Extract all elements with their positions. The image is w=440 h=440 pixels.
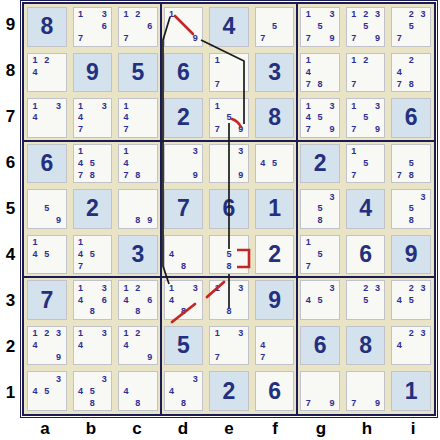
candidate-d1-8: 8 [178,397,190,409]
candidate-b1-7 [75,397,87,409]
candidate-h6-7: 7 [348,169,360,181]
cell-d3[interactable]: 1348 [161,277,207,323]
row-label-4: 4 [0,232,21,278]
cell-a8[interactable]: 124 [24,50,70,96]
candidate-c5-7 [120,215,132,227]
candidate-g9-8 [314,33,326,45]
candidate-h9-8 [360,33,372,45]
candidate-b7-1: 1 [75,100,87,112]
candidate-g5-4 [302,203,314,215]
cell-h8[interactable]: 127 [343,50,389,96]
candidate-g3-7 [302,306,314,318]
cell-h7[interactable]: 13579 [343,95,389,141]
sudoku-board: 8136712671945713579123579235712495617314… [22,2,436,416]
candidate-b9-3: 3 [98,9,110,21]
candidate-h7-3: 3 [372,100,384,112]
candidate-i9-4 [393,21,405,33]
candidate-c2-1: 1 [120,328,132,340]
cell-c6[interactable]: 1478 [115,141,161,187]
cell-f4[interactable]: 2 [252,232,298,278]
candidate-g1-5 [314,385,326,397]
candidate-e4-3 [235,237,247,249]
candidate-i9-2: 2 [405,9,417,21]
cell-g1[interactable]: 79 [297,368,343,414]
candidate-h8-3 [372,55,384,67]
candidate-c5-6 [144,203,156,215]
given-digit-e5: 6 [209,189,249,229]
row-label-3: 3 [0,278,21,324]
candidate-b4-6 [98,249,110,261]
candidate-g8-7: 7 [302,78,314,90]
candidate-h7-4 [348,112,360,124]
cell-a7[interactable]: 134 [24,95,70,141]
candidate-e7-2 [223,100,235,112]
given-digit-i4: 9 [391,235,431,275]
candidate-i6-8: 8 [405,169,417,181]
candidate-e6-3: 3 [235,146,247,158]
candidate-e4-9 [235,260,247,272]
column-label-g: g [298,418,344,439]
candidate-c7-3 [144,100,156,112]
cell-h6[interactable]: 157 [343,141,389,187]
candidate-i6-4 [393,158,405,170]
candidate-h6-2 [360,146,372,158]
candidate-e8-5 [223,66,235,78]
candidate-c9-7: 7 [120,33,132,45]
cell-a6[interactable]: 6 [24,141,70,187]
candidate-d1-7 [166,397,178,409]
cell-b2[interactable]: 134 [70,323,116,369]
candidate-d6-1 [166,146,178,158]
candidate-i9-5: 5 [405,21,417,33]
cell-b5[interactable]: 2 [70,186,116,232]
candidate-d4-7 [166,260,178,272]
candidate-e2-6 [235,340,247,352]
cell-h5[interactable]: 4 [343,186,389,232]
cell-e1[interactable]: 2 [206,368,252,414]
candidate-d4-3 [189,237,201,249]
cell-a9[interactable]: 8 [24,4,70,50]
candidate-g4-4 [302,249,314,261]
candidate-f6-1 [257,146,269,158]
candidate-b7-4: 4 [75,112,87,124]
candidate-d6-5 [178,158,190,170]
candidate-b4-3 [98,237,110,249]
candidate-b2-1: 1 [75,328,87,340]
candidate-d1-4: 4 [166,385,178,397]
cell-f2[interactable]: 47 [252,323,298,369]
candidate-c2-6 [144,340,156,352]
candidate-i8-2: 2 [405,55,417,67]
candidate-d4-2 [178,237,190,249]
cell-h3[interactable]: 235 [343,277,389,323]
cell-e9[interactable]: 4 [206,4,252,50]
cell-a2[interactable]: 12349 [24,323,70,369]
given-digit-e9: 4 [209,7,249,47]
given-digit-a6: 6 [27,144,67,184]
candidate-h8-8 [360,78,372,90]
cell-c2[interactable]: 1249 [115,323,161,369]
candidate-f2-2 [269,328,281,340]
candidate-a5-9: 9 [53,215,65,227]
candidate-b1-2 [86,373,98,385]
candidate-c6-3 [144,146,156,158]
candidate-i3-4: 4 [393,294,405,306]
cell-d2[interactable]: 5 [161,323,207,369]
candidate-g4-9 [326,260,338,272]
candidate-g3-5: 5 [314,294,326,306]
candidate-c1-6 [144,385,156,397]
candidate-a5-4 [29,203,41,215]
candidate-f2-8 [269,352,281,364]
candidate-i5-1 [393,191,405,203]
candidate-d3-3: 3 [189,282,201,294]
cell-e5[interactable]: 6 [206,186,252,232]
cell-d7[interactable]: 2 [161,95,207,141]
cell-b6[interactable]: 14578 [70,141,116,187]
candidate-c7-1: 1 [120,100,132,112]
cell-e3[interactable]: 138 [206,277,252,323]
candidate-i3-7 [393,306,405,318]
candidate-a5-1 [29,191,41,203]
candidate-h6-4 [348,158,360,170]
candidate-c2-8 [132,352,144,364]
cell-e8[interactable]: 17 [206,50,252,96]
cell-i4[interactable]: 9 [388,232,434,278]
candidate-i3-6 [417,294,429,306]
candidate-d3-2 [178,282,190,294]
cell-h4[interactable]: 6 [343,232,389,278]
candidate-f9-4 [257,21,269,33]
candidate-i2-6 [417,340,429,352]
cell-a4[interactable]: 145 [24,232,70,278]
candidate-c1-2 [132,373,144,385]
candidate-a4-9 [53,260,65,272]
candidate-b3-8: 8 [86,306,98,318]
cell-i1[interactable]: 1 [388,368,434,414]
candidate-i8-6 [417,66,429,78]
candidate-b4-9 [98,260,110,272]
cell-f9[interactable]: 57 [252,4,298,50]
solved-digit-f1: 6 [255,371,295,411]
candidate-c9-2: 2 [132,9,144,21]
cell-b4[interactable]: 1457 [70,232,116,278]
candidate-e6-9: 9 [235,169,247,181]
candidate-g7-1: 1 [302,100,314,112]
candidate-d9-1: 1 [166,9,178,21]
candidate-i6-9 [417,169,429,181]
candidate-i2-1 [393,328,405,340]
cell-d4[interactable]: 48 [161,232,207,278]
candidate-f2-6 [280,340,292,352]
candidate-e3-1: 1 [211,282,223,294]
candidate-c2-4: 4 [120,340,132,352]
candidate-a4-7 [29,260,41,272]
candidate-g1-2 [314,373,326,385]
candidate-f2-4: 4 [257,340,269,352]
candidate-h6-6 [372,158,384,170]
candidate-h1-8 [360,397,372,409]
candidate-g3-6 [326,294,338,306]
cell-e6[interactable]: 39 [206,141,252,187]
candidate-b2-8 [86,352,98,364]
candidate-i5-6 [417,203,429,215]
candidate-h6-5: 5 [360,158,372,170]
cell-c3[interactable]: 12468 [115,277,161,323]
cell-f1[interactable]: 6 [252,368,298,414]
candidate-i9-3: 3 [417,9,429,21]
cell-d5[interactable]: 7 [161,186,207,232]
cell-c9[interactable]: 1267 [115,4,161,50]
candidate-h3-1 [348,282,360,294]
candidate-i5-2 [405,191,417,203]
candidate-c3-8: 8 [132,306,144,318]
candidate-i3-8 [405,306,417,318]
cell-a3[interactable]: 7 [24,277,70,323]
candidate-a2-6 [53,340,65,352]
column-label-a: a [22,418,68,439]
candidate-h3-8 [360,306,372,318]
candidate-b1-5: 5 [86,385,98,397]
candidate-b2-3: 3 [98,328,110,340]
row-label-9: 9 [0,2,21,48]
candidate-f9-6 [280,21,292,33]
row-label-6: 6 [0,140,21,186]
cell-f3[interactable]: 9 [252,277,298,323]
cell-i5[interactable]: 358 [388,186,434,232]
candidate-a2-8 [41,352,53,364]
candidate-c2-3 [144,328,156,340]
candidate-f9-5: 5 [269,21,281,33]
candidate-c1-5 [132,385,144,397]
candidate-i9-6 [417,21,429,33]
candidate-a4-5: 5 [41,249,53,261]
cell-f8[interactable]: 3 [252,50,298,96]
candidate-g4-7: 7 [302,260,314,272]
candidate-a1-2 [41,373,53,385]
candidate-b2-2 [86,328,98,340]
candidate-a4-6 [53,249,65,261]
candidate-g1-3 [326,373,338,385]
candidate-a2-3: 3 [53,328,65,340]
candidate-h6-9 [372,169,384,181]
candidate-c2-9: 9 [144,352,156,364]
candidate-a5-2 [41,191,53,203]
candidate-g9-6 [326,21,338,33]
cell-i9[interactable]: 2357 [388,4,434,50]
given-digit-f5: 1 [255,189,295,229]
candidate-f6-8 [269,169,281,181]
candidate-i2-3: 3 [417,328,429,340]
cell-i2[interactable]: 234 [388,323,434,369]
cell-c5[interactable]: 89 [115,186,161,232]
cell-d1[interactable]: 348 [161,368,207,414]
candidate-a8-4: 4 [29,66,41,78]
candidate-e8-8 [223,78,235,90]
candidate-d3-1: 1 [166,282,178,294]
candidate-h3-4 [348,294,360,306]
cell-g7[interactable]: 134579 [297,95,343,141]
cell-h9[interactable]: 123579 [343,4,389,50]
cell-i3[interactable]: 2345 [388,277,434,323]
candidate-c9-9 [144,33,156,45]
candidate-g7-6 [326,112,338,124]
candidate-i6-6 [417,158,429,170]
row-labels: 987654321 [0,2,21,416]
cell-e7[interactable]: 1579 [206,95,252,141]
cell-b1[interactable]: 3458 [70,368,116,414]
candidate-f9-9 [280,33,292,45]
candidate-f2-3 [280,328,292,340]
candidate-e4-4 [211,249,223,261]
cell-g4[interactable]: 157 [297,232,343,278]
candidate-g9-1: 1 [302,9,314,21]
candidate-f2-7: 7 [257,352,269,364]
candidate-i2-9 [417,352,429,364]
candidate-e8-1: 1 [211,55,223,67]
given-digit-c4: 3 [118,235,158,275]
candidate-e8-9 [235,78,247,90]
candidate-g8-5 [314,66,326,78]
candidate-e7-6 [235,112,247,124]
cell-i8[interactable]: 2478 [388,50,434,96]
cell-f7[interactable]: 8 [252,95,298,141]
candidate-i8-4: 4 [393,66,405,78]
candidate-h6-8 [360,169,372,181]
cell-b9[interactable]: 1367 [70,4,116,50]
candidate-b3-6: 6 [98,294,110,306]
candidate-a7-4: 4 [29,112,41,124]
candidate-g3-8 [314,306,326,318]
candidate-a1-8 [41,397,53,409]
cell-c4[interactable]: 3 [115,232,161,278]
cell-b7[interactable]: 1347 [70,95,116,141]
candidate-h7-2 [360,100,372,112]
candidate-e2-3: 3 [235,328,247,340]
cell-g8[interactable]: 1478 [297,50,343,96]
candidate-b7-3: 3 [98,100,110,112]
column-label-e: e [206,418,252,439]
cell-h1[interactable]: 79 [343,368,389,414]
cell-c1[interactable]: 48 [115,368,161,414]
cell-a1[interactable]: 345 [24,368,70,414]
row-label-8: 8 [0,48,21,94]
candidate-h8-6 [372,66,384,78]
candidate-c1-1 [120,373,132,385]
cell-g6[interactable]: 2 [297,141,343,187]
candidate-b6-4: 4 [75,158,87,170]
candidate-c5-5 [132,203,144,215]
candidate-d4-1 [166,237,178,249]
candidate-i3-3: 3 [417,282,429,294]
candidate-g8-3 [326,55,338,67]
candidate-d6-2 [178,146,190,158]
candidate-a5-6 [53,203,65,215]
candidate-g5-1 [302,191,314,203]
candidate-a1-7 [29,397,41,409]
cell-f5[interactable]: 1 [252,186,298,232]
candidate-g8-2 [314,55,326,67]
cell-i7[interactable]: 6 [388,95,434,141]
candidate-d9-9: 9 [189,33,201,45]
cell-i6[interactable]: 578 [388,141,434,187]
cell-d8[interactable]: 6 [161,50,207,96]
candidate-h7-5: 5 [360,112,372,124]
cell-g5[interactable]: 358 [297,186,343,232]
cell-d6[interactable]: 39 [161,141,207,187]
candidate-f6-5: 5 [269,158,281,170]
candidate-c3-5 [132,294,144,306]
cell-d9[interactable]: 19 [161,4,207,50]
candidate-c7-8 [132,124,144,136]
candidate-d9-3 [189,9,201,21]
candidate-h9-6 [372,21,384,33]
candidate-c1-3 [144,373,156,385]
candidate-b9-2 [86,9,98,21]
given-digit-i7: 6 [391,98,431,138]
candidate-e6-5 [223,158,235,170]
row-label-2: 2 [0,324,21,370]
candidate-h6-3 [372,146,384,158]
cell-a5[interactable]: 59 [24,186,70,232]
candidate-h8-9 [372,78,384,90]
candidate-a7-9 [53,124,65,136]
cell-h2[interactable]: 8 [343,323,389,369]
cell-f6[interactable]: 45 [252,141,298,187]
cell-b8[interactable]: 9 [70,50,116,96]
column-labels: abcdefghi [22,418,436,439]
candidate-c9-5 [132,21,144,33]
candidate-e8-3 [235,55,247,67]
cell-e2[interactable]: 137 [206,323,252,369]
candidate-e3-4 [211,294,223,306]
candidate-d3-7 [166,306,178,318]
candidate-h1-1 [348,373,360,385]
candidate-b1-9 [98,397,110,409]
candidate-b2-9 [98,352,110,364]
cell-b3[interactable]: 13468 [70,277,116,323]
candidate-h7-6 [372,112,384,124]
candidate-c3-4: 4 [120,294,132,306]
candidate-e2-7: 7 [211,352,223,364]
candidate-a1-4: 4 [29,385,41,397]
candidate-b4-7: 7 [75,260,87,272]
candidate-b7-8 [86,124,98,136]
candidate-g5-6 [326,203,338,215]
candidate-f2-5 [269,340,281,352]
candidate-h9-7: 7 [348,33,360,45]
candidate-d6-6 [189,158,201,170]
candidate-b2-4: 4 [75,340,87,352]
given-digit-d5: 7 [164,189,204,229]
box-border-horizontal-2 [24,276,434,278]
cell-g3[interactable]: 345 [297,277,343,323]
cell-c8[interactable]: 5 [115,50,161,96]
cell-c7[interactable]: 147 [115,95,161,141]
cell-g9[interactable]: 13579 [297,4,343,50]
candidate-i3-2: 2 [405,282,417,294]
candidate-b1-4: 4 [75,385,87,397]
candidate-b6-6 [98,158,110,170]
candidate-i5-3: 3 [417,191,429,203]
cell-g2[interactable]: 6 [297,323,343,369]
box-border-horizontal-1 [24,140,434,142]
candidate-d3-8: 8 [178,306,190,318]
candidate-b3-4: 4 [75,294,87,306]
box-border-vertical-1 [160,4,162,414]
cell-e4[interactable]: 58 [206,232,252,278]
row-label-1: 1 [0,370,21,416]
